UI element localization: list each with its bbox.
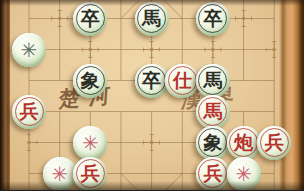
piece-red-advisor-f5r4[interactable]: 仕 — [165, 64, 199, 98]
piece-black-horse-f6r4[interactable]: 馬 — [196, 64, 230, 98]
piece-red-pawn-f0r5[interactable]: 兵 — [12, 95, 46, 129]
piece-character: 卒 — [196, 2, 230, 36]
piece-character: 象 — [73, 64, 107, 98]
flower-back-icon: ✳ — [73, 126, 107, 160]
piece-red-pawn-f6r7[interactable]: 兵 — [196, 157, 230, 191]
piece-red-cannon-f7r6[interactable]: 炮 — [227, 126, 261, 160]
piece-character: 馬 — [196, 64, 230, 98]
piece-character: 炮 — [227, 126, 261, 160]
piece-red-pawn-f8r6[interactable]: 兵 — [257, 126, 291, 160]
piece-character: 馬 — [196, 95, 230, 129]
piece-black-elephant-f2r4[interactable]: 象 — [73, 64, 107, 98]
piece-character: 兵 — [73, 157, 107, 191]
piece-black-pawn-f4r4[interactable]: 卒 — [135, 64, 169, 98]
xiangqi-board[interactable]: 楚河 漢界 卒馬卒✳象卒仕馬兵馬✳象炮兵✳兵兵✳ — [0, 0, 304, 190]
piece-face-down-f1r7[interactable]: ✳ — [43, 157, 77, 191]
piece-face-down-f0r3[interactable]: ✳ — [12, 33, 46, 67]
pieces-layer: 卒馬卒✳象卒仕馬兵馬✳象炮兵✳兵兵✳ — [0, 0, 304, 190]
piece-black-elephant-f6r6[interactable]: 象 — [196, 126, 230, 160]
piece-character: 象 — [196, 126, 230, 160]
piece-character: 兵 — [257, 126, 291, 160]
flower-back-icon: ✳ — [12, 33, 46, 67]
piece-black-pawn-f2r2[interactable]: 卒 — [73, 2, 107, 36]
piece-character: 兵 — [12, 95, 46, 129]
flower-back-icon: ✳ — [227, 157, 261, 191]
piece-character: 仕 — [165, 64, 199, 98]
piece-black-pawn-f6r2[interactable]: 卒 — [196, 2, 230, 36]
piece-face-down-f2r6[interactable]: ✳ — [73, 126, 107, 160]
piece-red-pawn-f2r7[interactable]: 兵 — [73, 157, 107, 191]
piece-face-down-f7r7[interactable]: ✳ — [227, 157, 261, 191]
piece-character: 馬 — [135, 2, 169, 36]
piece-character: 兵 — [196, 157, 230, 191]
piece-red-horse-f6r5[interactable]: 馬 — [196, 95, 230, 129]
piece-black-horse-f4r2[interactable]: 馬 — [135, 2, 169, 36]
flower-back-icon: ✳ — [43, 157, 77, 191]
piece-character: 卒 — [135, 64, 169, 98]
piece-character: 卒 — [73, 2, 107, 36]
